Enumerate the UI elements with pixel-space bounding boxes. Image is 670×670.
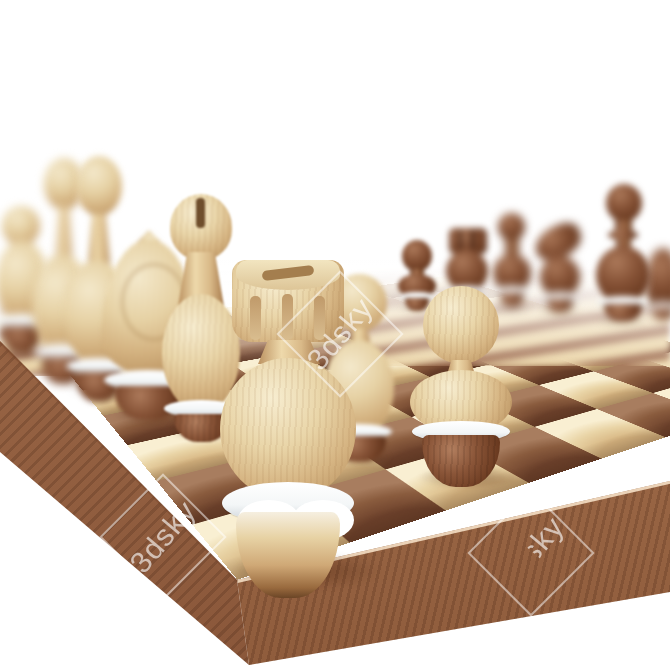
watermark-text: 3dsky xyxy=(110,84,190,170)
watermark-tile: 3dsky xyxy=(447,55,597,205)
watermark-text: 3dsky xyxy=(482,87,562,173)
queen-head xyxy=(76,156,122,216)
depth-of-field-haze xyxy=(0,248,670,382)
queen-head xyxy=(498,213,525,241)
rook-groove xyxy=(458,230,463,250)
king-crown-slot xyxy=(196,198,205,228)
rook-groove xyxy=(470,230,475,250)
king-head xyxy=(606,184,642,222)
king-neck xyxy=(615,220,632,232)
knight-head xyxy=(44,158,84,210)
pawn-head xyxy=(2,206,40,246)
product-photo: 3dsky 3dsky 3dsky 3dsky 3dsky xyxy=(0,0,670,670)
watermark-tile: 3dsky xyxy=(75,52,225,202)
watermark-diamond xyxy=(86,63,213,190)
king-collar-ring xyxy=(608,230,638,240)
watermark-diamond xyxy=(458,66,585,193)
